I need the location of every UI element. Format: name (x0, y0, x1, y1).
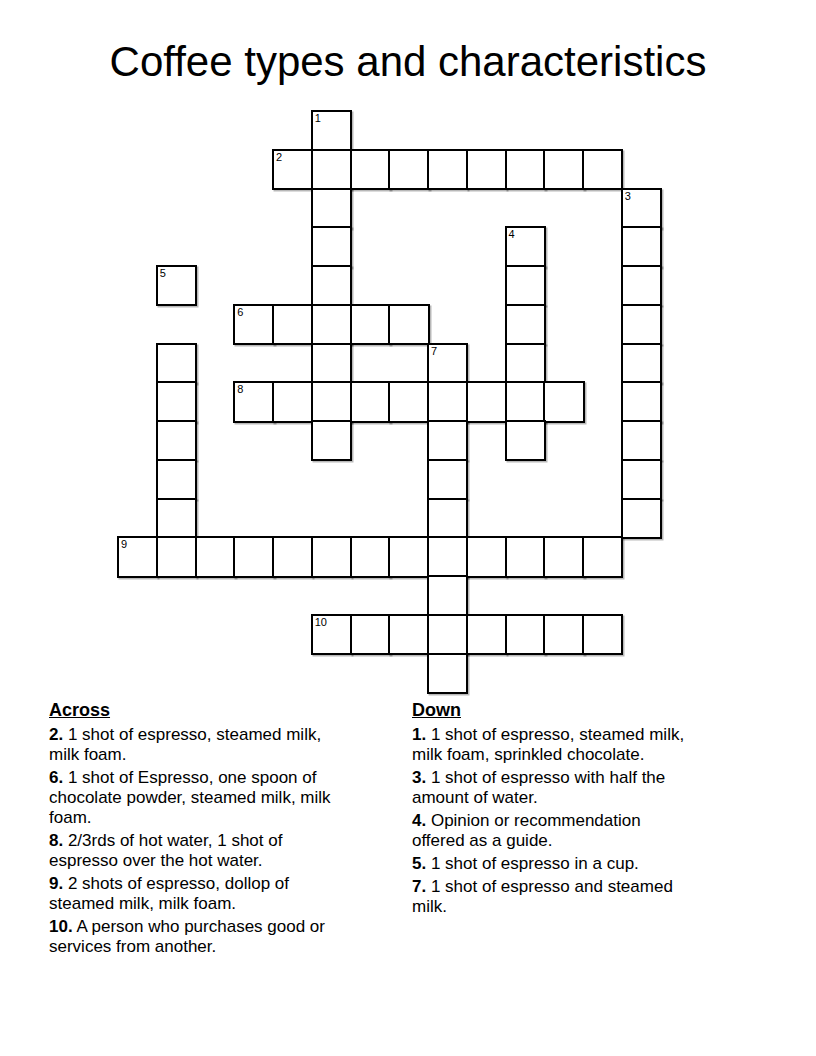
grid-cell-r8c6[interactable] (311, 381, 352, 422)
grid-cell-r10c9[interactable] (427, 459, 468, 500)
clue-down-1: 1. 1 shot of espresso, steamed milk,milk… (412, 725, 756, 765)
grid-cell-r12c9[interactable] (427, 536, 468, 577)
grid-cell-r7c9[interactable]: 7 (427, 343, 468, 384)
grid-cell-r2c8[interactable] (388, 149, 429, 190)
grid-cell-r14c10[interactable] (466, 614, 507, 655)
clue-number-label: 1. (412, 725, 426, 744)
grid-cell-r8c4[interactable]: 8 (233, 381, 274, 422)
grid-cell-r12c6[interactable] (311, 536, 352, 577)
clue-down-4: 4. Opinion or recommendationoffered as a… (412, 811, 756, 851)
clue-number: 2 (276, 151, 282, 164)
grid-cell-r11c9[interactable] (427, 498, 468, 539)
grid-cell-r4c14[interactable] (621, 226, 662, 267)
grid-cell-r14c8[interactable] (388, 614, 429, 655)
grid-cell-r8c10[interactable] (466, 381, 507, 422)
grid-cell-r12c1[interactable]: 9 (117, 536, 158, 577)
clue-number-label: 3. (412, 768, 426, 787)
grid-cell-r12c10[interactable] (466, 536, 507, 577)
clue-number: 4 (509, 228, 515, 241)
clue-number-label: 2. (49, 725, 63, 744)
grid-cell-r8c9[interactable] (427, 381, 468, 422)
grid-cell-r9c11[interactable] (505, 420, 546, 461)
clue-number: 1 (315, 112, 321, 125)
clue-number: 8 (237, 383, 243, 396)
clue-number-label: 7. (412, 877, 426, 896)
grid-cell-r4c6[interactable] (311, 226, 352, 267)
grid-cell-r14c11[interactable] (505, 614, 546, 655)
down-heading: Down (412, 700, 756, 721)
clue-down-5: 5. 1 shot of espresso in a cup. (412, 854, 756, 874)
grid-cell-r8c5[interactable] (272, 381, 313, 422)
clue-number: 9 (121, 538, 127, 551)
grid-cell-r2c10[interactable] (466, 149, 507, 190)
grid-cell-r8c2[interactable] (156, 381, 197, 422)
grid-cell-r14c6[interactable]: 10 (311, 614, 352, 655)
grid-cell-r6c7[interactable] (350, 304, 391, 345)
grid-cell-r2c6[interactable] (311, 149, 352, 190)
clue-number: 3 (625, 190, 631, 203)
grid-cell-r2c13[interactable] (582, 149, 623, 190)
clue-across-8: 8. 2/3rds of hot water, 1 shot ofespress… (49, 831, 407, 871)
grid-cell-r12c3[interactable] (195, 536, 236, 577)
grid-cell-r2c5[interactable]: 2 (272, 149, 313, 190)
grid-cell-r12c8[interactable] (388, 536, 429, 577)
grid-cell-r7c6[interactable] (311, 343, 352, 384)
clue-number-label: 9. (49, 874, 63, 893)
grid-cell-r6c5[interactable] (272, 304, 313, 345)
grid-cell-r8c14[interactable] (621, 381, 662, 422)
grid-cell-r11c14[interactable] (621, 498, 662, 539)
grid-cell-r3c6[interactable] (311, 188, 352, 229)
across-clue-list: 2. 1 shot of espresso, steamed milk,milk… (49, 725, 407, 957)
grid-cell-r14c13[interactable] (582, 614, 623, 655)
grid-cell-r5c11[interactable] (505, 265, 546, 306)
grid-cell-r11c2[interactable] (156, 498, 197, 539)
grid-cell-r6c14[interactable] (621, 304, 662, 345)
grid-cell-r7c14[interactable] (621, 343, 662, 384)
across-clues-section: Across 2. 1 shot of espresso, steamed mi… (49, 700, 407, 960)
clue-down-3: 3. 1 shot of espresso with half theamoun… (412, 768, 756, 808)
grid-cell-r12c13[interactable] (582, 536, 623, 577)
grid-cell-r6c6[interactable] (311, 304, 352, 345)
grid-cell-r13c9[interactable] (427, 575, 468, 616)
grid-cell-r14c9[interactable] (427, 614, 468, 655)
grid-cell-r9c9[interactable] (427, 420, 468, 461)
grid-cell-r6c8[interactable] (388, 304, 429, 345)
grid-cell-r5c14[interactable] (621, 265, 662, 306)
grid-cell-r12c5[interactable] (272, 536, 313, 577)
grid-cell-r12c4[interactable] (233, 536, 274, 577)
grid-cell-r12c7[interactable] (350, 536, 391, 577)
clue-number-label: 5. (412, 854, 426, 873)
crossword-worksheet: Coffee types and characteristics 1234567… (0, 0, 816, 1056)
clue-number-label: 8. (49, 831, 63, 850)
grid-cell-r12c12[interactable] (543, 536, 584, 577)
crossword-grid: 12345678910 (117, 110, 662, 694)
grid-cell-r8c11[interactable] (505, 381, 546, 422)
grid-cell-r6c11[interactable] (505, 304, 546, 345)
grid-cell-r3c14[interactable]: 3 (621, 188, 662, 229)
grid-cell-r2c9[interactable] (427, 149, 468, 190)
clue-number-label: 4. (412, 811, 426, 830)
clue-number: 5 (160, 267, 166, 280)
grid-cell-r9c14[interactable] (621, 420, 662, 461)
page-title: Coffee types and characteristics (0, 38, 816, 86)
grid-cell-r8c12[interactable] (543, 381, 584, 422)
grid-cell-r2c12[interactable] (543, 149, 584, 190)
grid-cell-r12c11[interactable] (505, 536, 546, 577)
clue-number-label: 10. (49, 917, 73, 936)
grid-cell-r7c2[interactable] (156, 343, 197, 384)
down-clues-section: Down 1. 1 shot of espresso, steamed milk… (412, 700, 756, 920)
down-clue-list: 1. 1 shot of espresso, steamed milk,milk… (412, 725, 756, 917)
grid-cell-r4c11[interactable]: 4 (505, 226, 546, 267)
clue-across-2: 2. 1 shot of espresso, steamed milk,milk… (49, 725, 407, 765)
clue-number: 10 (315, 616, 327, 629)
grid-cell-r8c8[interactable] (388, 381, 429, 422)
grid-cell-r6c4[interactable]: 6 (233, 304, 274, 345)
clue-number-label: 6. (49, 768, 63, 787)
grid-cell-r15c9[interactable] (427, 653, 468, 694)
grid-cell-r14c7[interactable] (350, 614, 391, 655)
grid-cell-r9c6[interactable] (311, 420, 352, 461)
clue-down-7: 7. 1 shot of espresso and steamedmilk. (412, 877, 756, 917)
grid-cell-r5c2[interactable]: 5 (156, 265, 197, 306)
grid-cell-r14c12[interactable] (543, 614, 584, 655)
grid-cell-r2c11[interactable] (505, 149, 546, 190)
grid-cell-r7c11[interactable] (505, 343, 546, 384)
grid-cell-r8c7[interactable] (350, 381, 391, 422)
grid-cell-r10c2[interactable] (156, 459, 197, 500)
across-heading: Across (49, 700, 407, 721)
clue-across-6: 6. 1 shot of Espresso, one spoon ofchoco… (49, 768, 407, 828)
clue-number: 7 (431, 345, 437, 358)
grid-cell-r10c14[interactable] (621, 459, 662, 500)
clue-across-9: 9. 2 shots of espresso, dollop ofsteamed… (49, 874, 407, 914)
clue-across-10: 10. A person who purchases good orservic… (49, 917, 407, 957)
grid-cell-r9c2[interactable] (156, 420, 197, 461)
clue-number: 6 (237, 306, 243, 319)
grid-cell-r2c7[interactable] (350, 149, 391, 190)
grid-cell-r1c6[interactable]: 1 (311, 110, 352, 151)
grid-cell-r12c2[interactable] (156, 536, 197, 577)
grid-cell-r5c6[interactable] (311, 265, 352, 306)
